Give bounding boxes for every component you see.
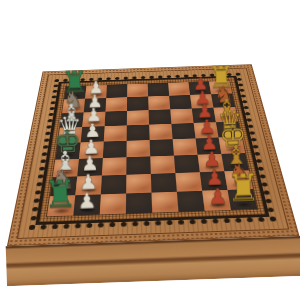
- square[interactable]: [126, 156, 151, 174]
- chess-board-box: ♜♟♟♜♞♟♟♞♝♟♟♝♛♟♟♛♚♟♟♚♝♟♟♝♞♟♟♞♜♟♟♜: [7, 64, 300, 246]
- square[interactable]: [103, 141, 127, 158]
- square[interactable]: ♟: [73, 194, 100, 215]
- square[interactable]: [127, 125, 150, 141]
- square[interactable]: ♜: [228, 189, 258, 210]
- square[interactable]: [150, 156, 175, 174]
- square[interactable]: [100, 193, 126, 214]
- square[interactable]: [175, 172, 202, 192]
- square[interactable]: [127, 110, 149, 125]
- square[interactable]: [127, 84, 148, 98]
- product-photo: ♜♟♟♜♞♟♟♞♝♟♟♝♛♟♟♛♚♟♟♚♝♟♟♝♞♟♟♞♜♟♟♜: [0, 0, 300, 300]
- square[interactable]: [174, 155, 200, 173]
- square[interactable]: [148, 96, 170, 110]
- square[interactable]: [126, 174, 151, 194]
- square[interactable]: [173, 138, 198, 155]
- square[interactable]: [126, 140, 150, 157]
- square[interactable]: [168, 82, 190, 96]
- square[interactable]: [151, 192, 178, 213]
- white-rook[interactable]: ♜: [42, 175, 77, 214]
- square[interactable]: [126, 193, 152, 214]
- square[interactable]: [106, 84, 127, 98]
- square[interactable]: [151, 173, 177, 193]
- square[interactable]: [177, 191, 205, 212]
- scene-3d: ♜♟♟♜♞♟♟♞♝♟♟♝♛♟♟♛♚♟♟♚♝♟♟♝♞♟♟♞♜♟♟♜: [0, 0, 300, 300]
- sawtooth-trim: ♜♟♟♜♞♟♟♞♝♟♟♝♛♟♟♛♚♟♟♚♝♟♟♝♞♟♟♞♜♟♟♜: [29, 73, 277, 230]
- black-rook[interactable]: ♜: [226, 169, 261, 208]
- square[interactable]: [102, 157, 127, 175]
- square[interactable]: ♜: [47, 195, 75, 216]
- square[interactable]: [170, 109, 193, 124]
- black-pawn[interactable]: ♟: [207, 186, 227, 208]
- board-frame: ♜♟♟♜♞♟♟♞♝♟♟♝♛♟♟♛♚♟♟♚♝♟♟♝♞♟♟♞♜♟♟♜: [17, 68, 290, 239]
- playing-area: ♜♟♟♜♞♟♟♞♝♟♟♝♛♟♟♛♚♟♟♚♝♟♟♝♞♟♟♞♜♟♟♜: [46, 80, 259, 217]
- white-pawn[interactable]: ♟: [76, 190, 96, 212]
- square[interactable]: [127, 96, 149, 110]
- square[interactable]: [148, 83, 169, 97]
- square[interactable]: [101, 175, 127, 195]
- square[interactable]: [171, 123, 195, 139]
- stamped-border: ♜♟♟♜♞♟♟♞♝♟♟♝♛♟♟♛♚♟♟♚♝♟♟♝♞♟♟♞♜♟♟♜: [39, 77, 265, 222]
- square[interactable]: [105, 111, 127, 126]
- square[interactable]: [105, 97, 127, 111]
- square[interactable]: [150, 139, 174, 156]
- square[interactable]: [149, 124, 173, 140]
- square[interactable]: [149, 109, 172, 124]
- board-top-face: ♜♟♟♜♞♟♟♞♝♟♟♝♛♟♟♛♚♟♟♚♝♟♟♝♞♟♟♞♜♟♟♜: [7, 64, 300, 246]
- square[interactable]: [104, 125, 127, 141]
- square[interactable]: [169, 95, 192, 109]
